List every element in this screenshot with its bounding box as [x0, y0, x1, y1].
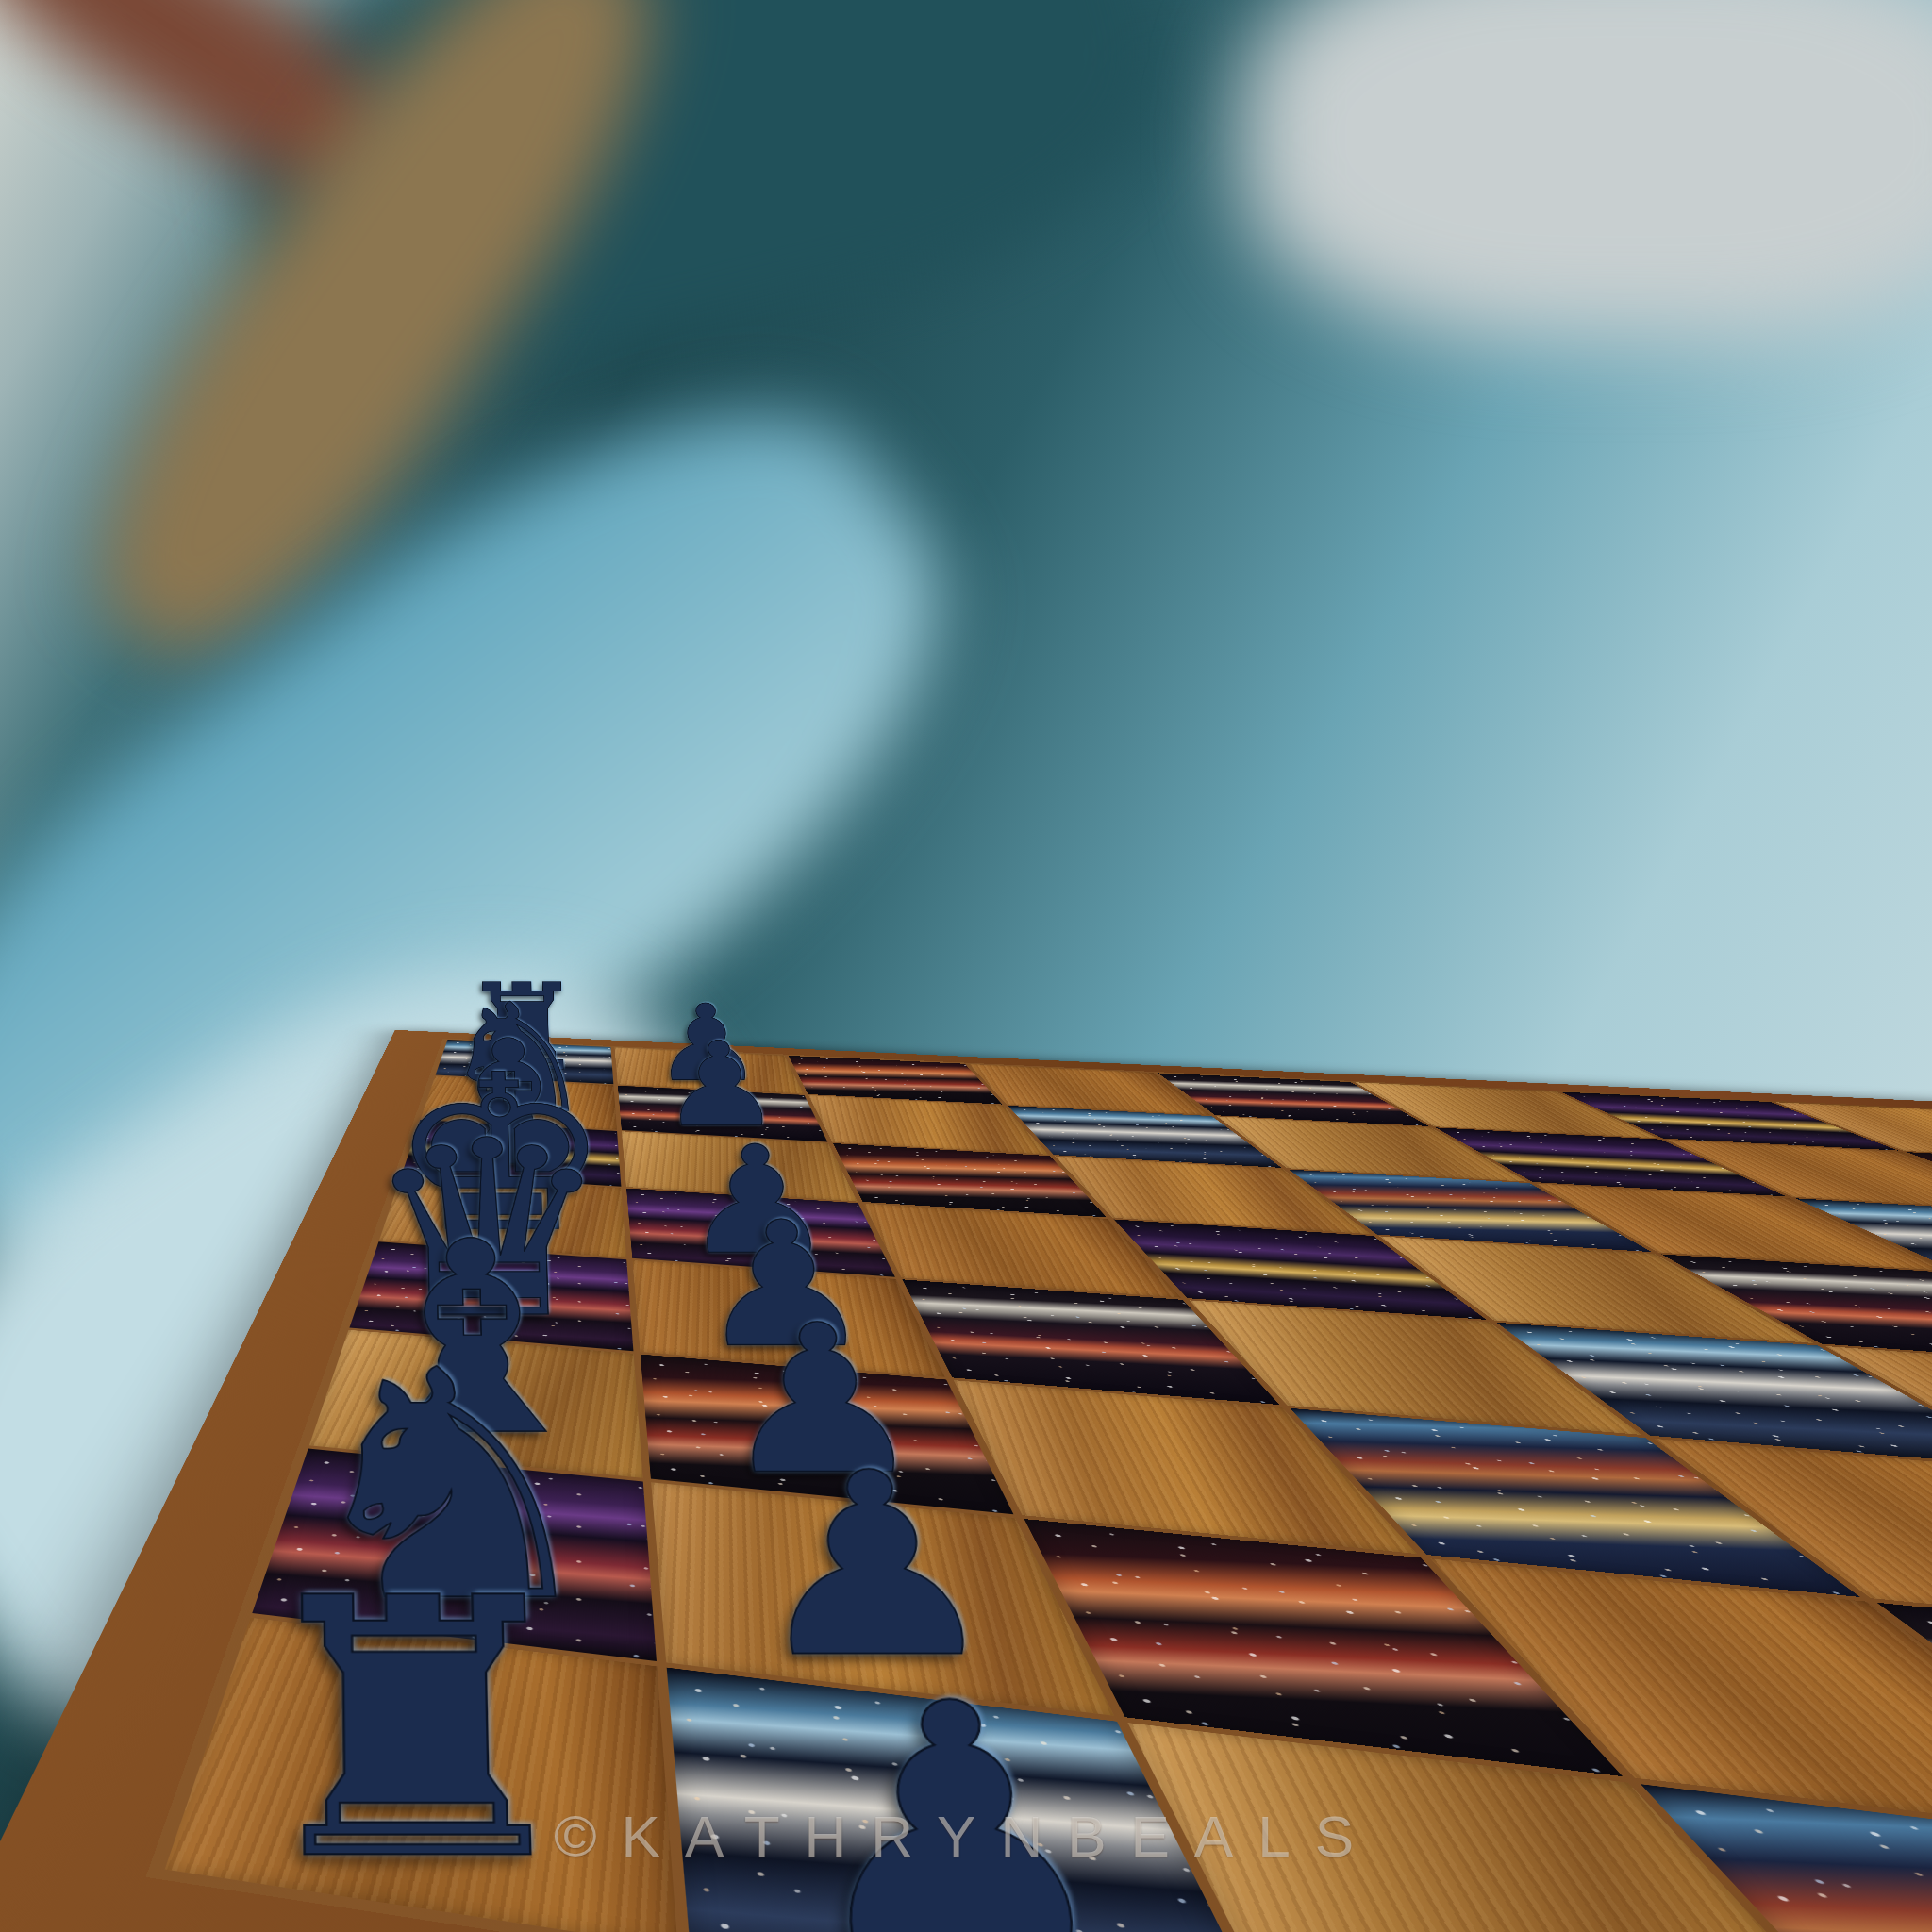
- square-b8: ♞: [252, 1449, 656, 1661]
- chess-board-frame: ♜♟♞♟♝♚♟♛♟♝♟♞♟♜♟: [0, 1030, 1932, 1932]
- photo-scene: ♜♟♞♟♝♚♟♛♟♝♟♞♟♜♟: [0, 0, 1932, 1932]
- chess-board: ♜♟♞♟♝♚♟♛♟♝♟♞♟♜♟: [146, 1039, 1932, 1932]
- piece-black-rook-h8: ♜: [459, 971, 588, 1084]
- square-a8: ♜: [165, 1618, 677, 1932]
- square-c8: ♝: [309, 1330, 642, 1478]
- square-b7: ♟: [651, 1482, 1113, 1715]
- watermark-text: ©KATHRYNBEALS: [554, 1803, 1378, 1870]
- piece-black-pawn-a7: ♟: [785, 1670, 1129, 1932]
- piece-black-pawn-h7: ♟: [650, 993, 764, 1093]
